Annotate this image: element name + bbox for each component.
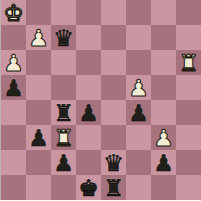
square-c3[interactable]: ♜ — [51, 125, 76, 150]
piece-black-queen[interactable]: ♛ — [53, 26, 74, 51]
piece-black-queen[interactable]: ♛ — [103, 151, 124, 176]
square-e4[interactable] — [101, 100, 126, 125]
square-b4[interactable] — [26, 100, 51, 125]
square-f5[interactable]: ♟ — [126, 75, 151, 100]
square-f6[interactable] — [126, 50, 151, 75]
piece-white-pawn[interactable]: ♟ — [153, 126, 174, 151]
square-h1[interactable] — [176, 175, 201, 200]
square-f1[interactable] — [126, 175, 151, 200]
piece-white-rook[interactable]: ♜ — [178, 51, 199, 76]
square-c2[interactable]: ♟ — [51, 150, 76, 175]
square-a7[interactable] — [1, 25, 26, 50]
piece-white-pawn[interactable]: ♟ — [3, 51, 24, 76]
square-f7[interactable] — [126, 25, 151, 50]
piece-black-rook[interactable]: ♜ — [53, 101, 74, 126]
piece-black-pawn[interactable]: ♟ — [78, 101, 99, 126]
square-g7[interactable] — [151, 25, 176, 50]
square-a2[interactable] — [1, 150, 26, 175]
square-a6[interactable]: ♟ — [1, 50, 26, 75]
chess-board-window: ♚♟♛♟♜♟♟♜♟♟♟♜♟♟♛♟♚♜ — [0, 0, 201, 200]
square-c4[interactable]: ♜ — [51, 100, 76, 125]
square-a4[interactable] — [1, 100, 26, 125]
square-e3[interactable] — [101, 125, 126, 150]
square-a5[interactable]: ♟ — [1, 75, 26, 100]
square-g4[interactable] — [151, 100, 176, 125]
square-b3[interactable]: ♟ — [26, 125, 51, 150]
piece-black-pawn[interactable]: ♟ — [3, 76, 24, 101]
square-a3[interactable] — [1, 125, 26, 150]
square-h2[interactable] — [176, 150, 201, 175]
square-c5[interactable] — [51, 75, 76, 100]
square-d6[interactable] — [76, 50, 101, 75]
square-d4[interactable]: ♟ — [76, 100, 101, 125]
piece-white-pawn[interactable]: ♟ — [28, 26, 49, 51]
piece-white-pawn[interactable]: ♟ — [128, 76, 149, 101]
square-e1[interactable]: ♜ — [101, 175, 126, 200]
piece-white-king[interactable]: ♚ — [3, 1, 24, 26]
square-e8[interactable] — [101, 0, 126, 25]
square-b7[interactable]: ♟ — [26, 25, 51, 50]
square-f4[interactable]: ♟ — [126, 100, 151, 125]
square-f8[interactable] — [126, 0, 151, 25]
piece-black-king[interactable]: ♚ — [78, 176, 99, 201]
square-c8[interactable] — [51, 0, 76, 25]
square-g2[interactable]: ♟ — [151, 150, 176, 175]
square-d8[interactable] — [76, 0, 101, 25]
piece-black-pawn[interactable]: ♟ — [153, 151, 174, 176]
square-b6[interactable] — [26, 50, 51, 75]
square-c6[interactable] — [51, 50, 76, 75]
square-e5[interactable] — [101, 75, 126, 100]
piece-black-pawn[interactable]: ♟ — [28, 126, 49, 151]
square-d3[interactable] — [76, 125, 101, 150]
square-h8[interactable] — [176, 0, 201, 25]
square-h6[interactable]: ♜ — [176, 50, 201, 75]
piece-black-pawn[interactable]: ♟ — [53, 151, 74, 176]
square-f3[interactable] — [126, 125, 151, 150]
square-e2[interactable]: ♛ — [101, 150, 126, 175]
square-h7[interactable] — [176, 25, 201, 50]
piece-black-pawn[interactable]: ♟ — [128, 101, 149, 126]
square-g3[interactable]: ♟ — [151, 125, 176, 150]
square-g6[interactable] — [151, 50, 176, 75]
square-b5[interactable] — [26, 75, 51, 100]
square-b8[interactable] — [26, 0, 51, 25]
square-a1[interactable] — [1, 175, 26, 200]
square-b2[interactable] — [26, 150, 51, 175]
square-h4[interactable] — [176, 100, 201, 125]
square-b1[interactable] — [26, 175, 51, 200]
chess-board: ♚♟♛♟♜♟♟♜♟♟♟♜♟♟♛♟♚♜ — [0, 0, 201, 200]
square-d1[interactable]: ♚ — [76, 175, 101, 200]
piece-black-rook[interactable]: ♜ — [103, 176, 124, 201]
square-d5[interactable] — [76, 75, 101, 100]
square-e6[interactable] — [101, 50, 126, 75]
square-d2[interactable] — [76, 150, 101, 175]
square-e7[interactable] — [101, 25, 126, 50]
square-c7[interactable]: ♛ — [51, 25, 76, 50]
square-g1[interactable] — [151, 175, 176, 200]
square-h5[interactable] — [176, 75, 201, 100]
square-h3[interactable] — [176, 125, 201, 150]
square-a8[interactable]: ♚ — [1, 0, 26, 25]
square-c1[interactable] — [51, 175, 76, 200]
square-d7[interactable] — [76, 25, 101, 50]
square-g5[interactable] — [151, 75, 176, 100]
square-f2[interactable] — [126, 150, 151, 175]
piece-white-rook[interactable]: ♜ — [53, 126, 74, 151]
square-g8[interactable] — [151, 0, 176, 25]
